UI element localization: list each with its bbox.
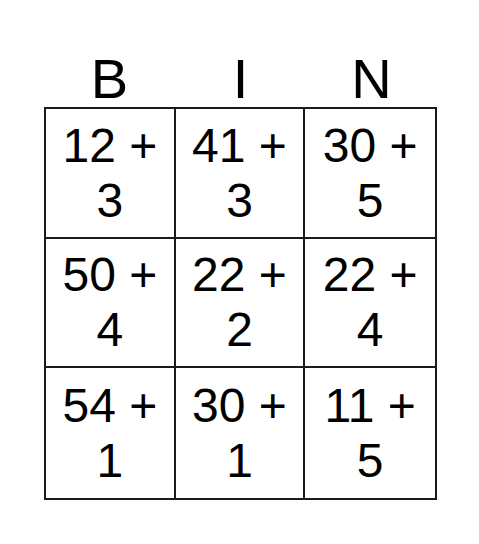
bingo-cell-r2c3[interactable]: 22 + 4 bbox=[305, 239, 435, 369]
cell-expression-line2: 5 bbox=[357, 173, 384, 228]
cell-expression-line1: 54 + bbox=[62, 378, 157, 433]
cell-expression-line1: 50 + bbox=[62, 247, 157, 302]
cell-expression-line2: 2 bbox=[226, 302, 253, 357]
cell-expression-line2: 1 bbox=[96, 433, 123, 488]
bingo-cell-r1c1[interactable]: 12 + 3 bbox=[46, 109, 176, 239]
cell-expression-line2: 3 bbox=[226, 173, 253, 228]
bingo-cell-r3c3[interactable]: 11 + 5 bbox=[305, 368, 435, 498]
bingo-cell-r3c1[interactable]: 54 + 1 bbox=[46, 368, 176, 498]
bingo-cell-r2c2[interactable]: 22 + 2 bbox=[176, 239, 306, 369]
cell-expression-line2: 4 bbox=[96, 302, 123, 357]
bingo-cell-r1c2[interactable]: 41 + 3 bbox=[176, 109, 306, 239]
cell-expression-line2: 1 bbox=[226, 433, 253, 488]
bingo-grid: 12 + 3 41 + 3 30 + 5 50 + 4 22 + 2 22 + … bbox=[44, 107, 437, 500]
cell-expression-line2: 5 bbox=[357, 433, 384, 488]
cell-expression-line1: 12 + bbox=[62, 118, 157, 173]
header-letter-i: I bbox=[175, 51, 306, 107]
cell-expression-line1: 11 + bbox=[325, 378, 416, 433]
cell-expression-line2: 4 bbox=[357, 302, 384, 357]
cell-expression-line1: 22 + bbox=[192, 247, 287, 302]
bingo-cell-r3c2[interactable]: 30 + 1 bbox=[176, 368, 306, 498]
cell-expression-line1: 30 + bbox=[192, 378, 287, 433]
cell-expression-line2: 3 bbox=[96, 173, 123, 228]
cell-expression-line1: 41 + bbox=[192, 118, 287, 173]
bingo-card: B I N 12 + 3 41 + 3 30 + 5 50 + 4 22 + 2… bbox=[0, 0, 479, 544]
cell-expression-line1: 22 + bbox=[323, 247, 418, 302]
cell-expression-line1: 30 + bbox=[323, 118, 418, 173]
bingo-cell-r2c1[interactable]: 50 + 4 bbox=[46, 239, 176, 369]
header-letter-n: N bbox=[306, 51, 437, 107]
header-letter-b: B bbox=[44, 51, 175, 107]
bingo-header: B I N bbox=[44, 0, 437, 107]
bingo-cell-r1c3[interactable]: 30 + 5 bbox=[305, 109, 435, 239]
